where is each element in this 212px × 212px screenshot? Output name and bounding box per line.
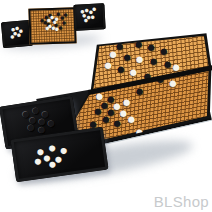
black-stone: ● (62, 21, 66, 26)
product-photo: ●●●●●● ●●●●●●●●●●●●●●●●●●●●● ●●●●●●●● ●●… (0, 0, 212, 212)
white-stone: ● (55, 17, 59, 22)
white-stone: ● (13, 32, 17, 37)
black-stone: ● (46, 22, 50, 27)
white-stone: ● (45, 26, 49, 31)
white-stone: ● (34, 157, 42, 166)
black-stone: ● (54, 23, 58, 28)
small-right-stone-tray: ●●●●●●●● (73, 3, 105, 31)
black-stone: ● (56, 12, 60, 17)
black-stone: ● (40, 19, 44, 24)
white-stone: ● (17, 33, 21, 38)
black-stone: ● (50, 25, 54, 30)
white-stone: ● (51, 27, 55, 32)
black-stone: ● (60, 16, 64, 21)
white-stone: ● (36, 148, 44, 157)
white-stone: ● (48, 144, 56, 153)
white-stone: ● (43, 154, 51, 163)
black-stone: ● (38, 117, 46, 126)
white-stone: ● (89, 11, 93, 16)
white-stone: ● (19, 29, 23, 34)
black-stone: ● (43, 21, 47, 26)
black-stone: ● (58, 26, 62, 31)
black-stone: ● (27, 123, 35, 132)
small-set: ●●●●●● ●●●●●●●●●●●●●●●●●●●●● ●●●●●●●● (0, 2, 108, 52)
black-stone: ● (29, 116, 37, 125)
white-stone: ● (53, 21, 57, 26)
black-stone: ● (51, 18, 55, 23)
black-stone: ● (38, 126, 46, 135)
shop-watermark: BLShop (154, 193, 209, 210)
white-stone: ● (60, 147, 68, 156)
black-stone: ● (63, 13, 67, 18)
small-go-board: ●●●●●●●●●●●●●●●●●●●●● (28, 7, 76, 45)
white-stone: ● (84, 18, 88, 23)
white-stone: ● (55, 27, 59, 32)
black-stone: ● (41, 110, 49, 119)
white-stone: ● (91, 15, 95, 20)
white-stone: ● (48, 160, 56, 169)
white-stone: ● (48, 24, 52, 29)
black-stone: ● (22, 110, 30, 119)
white-stone: ● (92, 7, 96, 12)
white-stone: ● (10, 34, 14, 39)
black-stone: ● (47, 119, 55, 128)
black-stone: ● (32, 107, 40, 116)
white-stone: ● (50, 16, 54, 21)
white-stone: ● (47, 18, 51, 23)
white-stone: ● (86, 15, 90, 20)
black-stone: ● (44, 16, 48, 21)
white-stone: ● (82, 14, 86, 19)
white-stone: ● (80, 10, 84, 15)
white-stone: ● (15, 26, 19, 31)
black-stone: ● (48, 14, 52, 19)
white-stone: ● (54, 155, 62, 164)
white-stone: ● (11, 28, 15, 33)
white-stone: ● (85, 8, 89, 13)
